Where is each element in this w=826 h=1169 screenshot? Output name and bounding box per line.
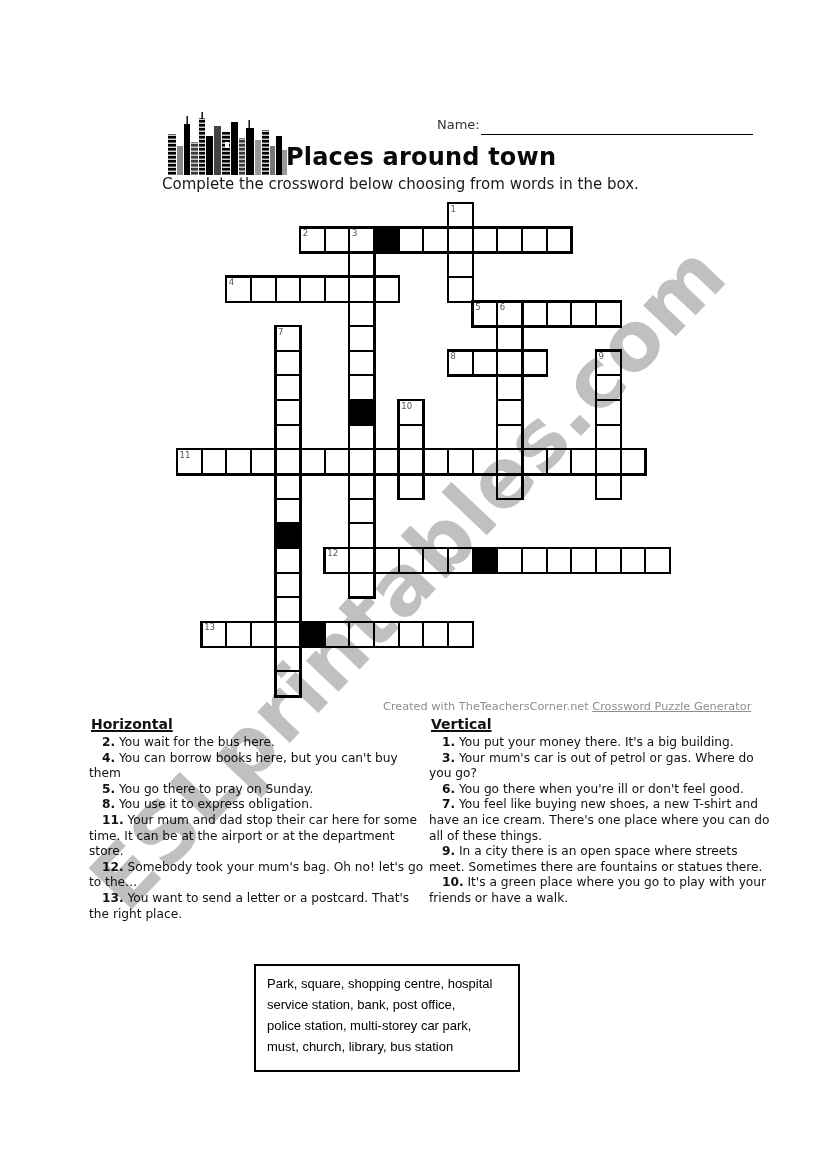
clue-number: 4 xyxy=(229,278,234,287)
crossword-cell[interactable] xyxy=(522,548,547,573)
across-heading: Horizontal xyxy=(91,716,427,733)
crossword-cell[interactable] xyxy=(497,474,522,499)
black-cell xyxy=(473,548,498,573)
across-clue-13: 13. You want to send a letter or a postc… xyxy=(89,891,427,922)
crossword-cell[interactable] xyxy=(349,326,374,351)
crossword-cell[interactable] xyxy=(399,622,424,647)
crossword-cell[interactable] xyxy=(596,548,621,573)
down-clue-6: 6. You go there when you're ill or don't… xyxy=(429,782,771,798)
crossword-cell[interactable] xyxy=(423,622,448,647)
crossword-cell[interactable] xyxy=(621,548,646,573)
crossword-cell[interactable] xyxy=(497,228,522,253)
buildings xyxy=(168,112,287,175)
crossword-cell[interactable] xyxy=(202,449,227,474)
black-cell xyxy=(300,622,325,647)
name-line[interactable] xyxy=(481,119,753,135)
crossword-cell[interactable] xyxy=(325,277,350,302)
crossword-cell[interactable]: 7 xyxy=(276,326,301,351)
clue-number: 5 xyxy=(475,303,480,312)
crossword-cell[interactable]: 4 xyxy=(226,277,251,302)
crossword-cell[interactable]: 12 xyxy=(325,548,350,573)
clue-number: 9 xyxy=(598,352,603,361)
crossword-cell[interactable] xyxy=(448,449,473,474)
crossword-cell[interactable] xyxy=(497,548,522,573)
crossword-cell[interactable] xyxy=(473,228,498,253)
crossword-cell[interactable] xyxy=(522,351,547,376)
crossword-cell[interactable] xyxy=(473,449,498,474)
city-skyline-image xyxy=(168,112,287,175)
crossword-cell[interactable] xyxy=(374,449,399,474)
down-clue-list: 1. You put your money there. It's a big … xyxy=(429,735,771,907)
crossword-cell[interactable] xyxy=(349,474,374,499)
down-clue-7: 7. You feel like buying new shoes, a new… xyxy=(429,797,771,844)
crossword-cell[interactable] xyxy=(423,548,448,573)
crossword-cell[interactable] xyxy=(226,622,251,647)
crossword-cell[interactable] xyxy=(399,425,424,450)
crossword-cell[interactable] xyxy=(522,449,547,474)
crossword-cell[interactable] xyxy=(399,449,424,474)
word-bank-line-2: service station, bank, post office, xyxy=(267,994,512,1015)
crossword-cell[interactable] xyxy=(349,523,374,548)
instructions-text: Complete the crossword below choosing fr… xyxy=(162,175,639,193)
crossword-cell[interactable] xyxy=(374,548,399,573)
crossword-cell[interactable] xyxy=(448,622,473,647)
crossword-cell[interactable] xyxy=(547,228,572,253)
crossword-cell[interactable] xyxy=(571,302,596,327)
crossword-cell[interactable] xyxy=(276,351,301,376)
crossword-cell[interactable] xyxy=(374,622,399,647)
crossword-cell[interactable] xyxy=(374,277,399,302)
down-clues-column: Vertical 1. You put your money there. It… xyxy=(429,716,771,907)
crossword-cell[interactable] xyxy=(349,449,374,474)
clue-number: 11 xyxy=(180,451,191,460)
crossword-cell[interactable] xyxy=(325,228,350,253)
clue-number: 7 xyxy=(278,328,283,337)
crossword-cell[interactable] xyxy=(596,400,621,425)
crossword-cell[interactable] xyxy=(276,548,301,573)
word-bank-line-4: must, church, library, bus station xyxy=(267,1036,512,1057)
word-bank-box: Park, square, shopping centre, hospitals… xyxy=(254,964,520,1072)
crossword-cell[interactable] xyxy=(276,449,301,474)
black-cell xyxy=(374,228,399,253)
crossword-cell[interactable]: 5 xyxy=(473,302,498,327)
crossword-cell[interactable]: 3 xyxy=(349,228,374,253)
clue-number: 6 xyxy=(500,303,505,312)
crossword-cell[interactable] xyxy=(571,548,596,573)
page-title: Places around town xyxy=(286,143,556,171)
crossword-cell[interactable]: 8 xyxy=(448,351,473,376)
clue-number: 10 xyxy=(401,402,412,411)
crossword-cell[interactable] xyxy=(423,228,448,253)
word-bank-line-1: Park, square, shopping centre, hospital xyxy=(267,973,512,994)
crossword-cell[interactable] xyxy=(621,449,646,474)
crossword-cell[interactable] xyxy=(226,449,251,474)
crossword-cell[interactable] xyxy=(349,622,374,647)
across-clue-12: 12. Somebody took your mum's bag. Oh no!… xyxy=(89,860,427,891)
crossword-cell[interactable] xyxy=(596,302,621,327)
crossword-cell[interactable] xyxy=(251,277,276,302)
across-clue-4: 4. You can borrow books here, but you ca… xyxy=(89,751,427,782)
credit-prefix: Created with TheTeachersCorner.net xyxy=(383,700,592,713)
crossword-grid: 12345678910111213 xyxy=(177,203,670,696)
crossword-cell[interactable] xyxy=(349,425,374,450)
crossword-cell[interactable] xyxy=(276,573,301,598)
clue-number: 12 xyxy=(327,549,338,558)
crossword-cell[interactable] xyxy=(497,375,522,400)
worksheet-page: Name: Places around town Complete the cr… xyxy=(0,0,826,1169)
down-clue-3: 3. Your mum's car is out of petrol or ga… xyxy=(429,751,771,782)
crossword-cell[interactable] xyxy=(645,548,670,573)
crossword-cell[interactable] xyxy=(399,228,424,253)
crossword-cell[interactable] xyxy=(251,622,276,647)
crossword-cell[interactable] xyxy=(399,548,424,573)
crossword-cell[interactable] xyxy=(596,474,621,499)
crossword-cell[interactable] xyxy=(596,375,621,400)
crossword-cell[interactable] xyxy=(349,351,374,376)
crossword-cell[interactable]: 1 xyxy=(448,203,473,228)
crossword-cell[interactable] xyxy=(596,425,621,450)
black-cell xyxy=(276,523,301,548)
crossword-cell[interactable] xyxy=(547,449,572,474)
crossword-cell[interactable] xyxy=(497,425,522,450)
crossword-cell[interactable] xyxy=(276,622,301,647)
crossword-cell[interactable] xyxy=(497,351,522,376)
crossword-cell[interactable] xyxy=(276,647,301,672)
crossword-cell[interactable] xyxy=(276,474,301,499)
down-clue-10: 10. It's a green place where you go to p… xyxy=(429,875,771,906)
crossword-cell[interactable] xyxy=(497,449,522,474)
clue-number: 8 xyxy=(451,352,456,361)
credit-text: Created with TheTeachersCorner.net Cross… xyxy=(383,700,751,713)
clue-number: 1 xyxy=(451,205,456,214)
crossword-cell[interactable] xyxy=(571,449,596,474)
crossword-cell[interactable] xyxy=(448,252,473,277)
crossword-cell[interactable] xyxy=(497,400,522,425)
crossword-cell[interactable] xyxy=(596,449,621,474)
crossword-cell[interactable] xyxy=(325,449,350,474)
credit-link[interactable]: Crossword Puzzle Generator xyxy=(592,700,751,713)
crossword-cell[interactable]: 11 xyxy=(177,449,202,474)
crossword-cell[interactable] xyxy=(399,474,424,499)
crossword-cell[interactable] xyxy=(276,425,301,450)
crossword-cell[interactable] xyxy=(276,499,301,524)
crossword-cell[interactable] xyxy=(522,302,547,327)
crossword-cell[interactable] xyxy=(448,277,473,302)
black-cell xyxy=(349,400,374,425)
crossword-cell[interactable] xyxy=(349,375,374,400)
crossword-cell[interactable]: 13 xyxy=(202,622,227,647)
crossword-cell[interactable] xyxy=(349,302,374,327)
crossword-cell[interactable] xyxy=(473,351,498,376)
crossword-cell[interactable] xyxy=(349,252,374,277)
name-label: Name: xyxy=(437,117,480,132)
crossword-cell[interactable]: 10 xyxy=(399,400,424,425)
crossword-cell[interactable] xyxy=(276,277,301,302)
crossword-cell[interactable] xyxy=(276,400,301,425)
down-heading: Vertical xyxy=(431,716,771,733)
crossword-cell[interactable] xyxy=(300,277,325,302)
crossword-cell[interactable] xyxy=(497,326,522,351)
across-clue-11: 11. Your mum and dad stop their car here… xyxy=(89,813,427,860)
clue-number: 3 xyxy=(352,229,357,238)
crossword-cell[interactable] xyxy=(349,277,374,302)
across-clues-column: Horizontal 2. You wait for the bus here.… xyxy=(89,716,427,922)
clue-number: 2 xyxy=(303,229,308,238)
across-clue-8: 8. You use it to express obligation. xyxy=(89,797,427,813)
crossword-cell[interactable] xyxy=(276,597,301,622)
clue-number: 13 xyxy=(204,623,215,632)
down-clue-9: 9. In a city there is an open space wher… xyxy=(429,844,771,875)
crossword-cell[interactable] xyxy=(325,622,350,647)
crossword-cell[interactable] xyxy=(349,548,374,573)
crossword-cell[interactable] xyxy=(276,671,301,696)
across-clue-2: 2. You wait for the bus here. xyxy=(89,735,427,751)
down-clue-1: 1. You put your money there. It's a big … xyxy=(429,735,771,751)
crossword-cell[interactable] xyxy=(448,548,473,573)
crossword-cell[interactable] xyxy=(251,449,276,474)
crossword-cell[interactable]: 2 xyxy=(300,228,325,253)
across-clue-5: 5. You go there to pray on Sunday. xyxy=(89,782,427,798)
crossword-cell[interactable] xyxy=(547,548,572,573)
crossword-cell[interactable]: 9 xyxy=(596,351,621,376)
crossword-cell[interactable] xyxy=(300,449,325,474)
crossword-cell[interactable] xyxy=(547,302,572,327)
crossword-cell[interactable] xyxy=(349,499,374,524)
crossword-cell[interactable] xyxy=(522,228,547,253)
crossword-cell[interactable] xyxy=(276,375,301,400)
crossword-cell[interactable]: 6 xyxy=(497,302,522,327)
across-clue-list: 2. You wait for the bus here.4. You can … xyxy=(89,735,427,922)
crossword-cell[interactable] xyxy=(448,228,473,253)
crossword-cell[interactable] xyxy=(349,573,374,598)
crossword-cell[interactable] xyxy=(423,449,448,474)
word-bank-line-3: police station, multi-storey car park, xyxy=(267,1015,512,1036)
